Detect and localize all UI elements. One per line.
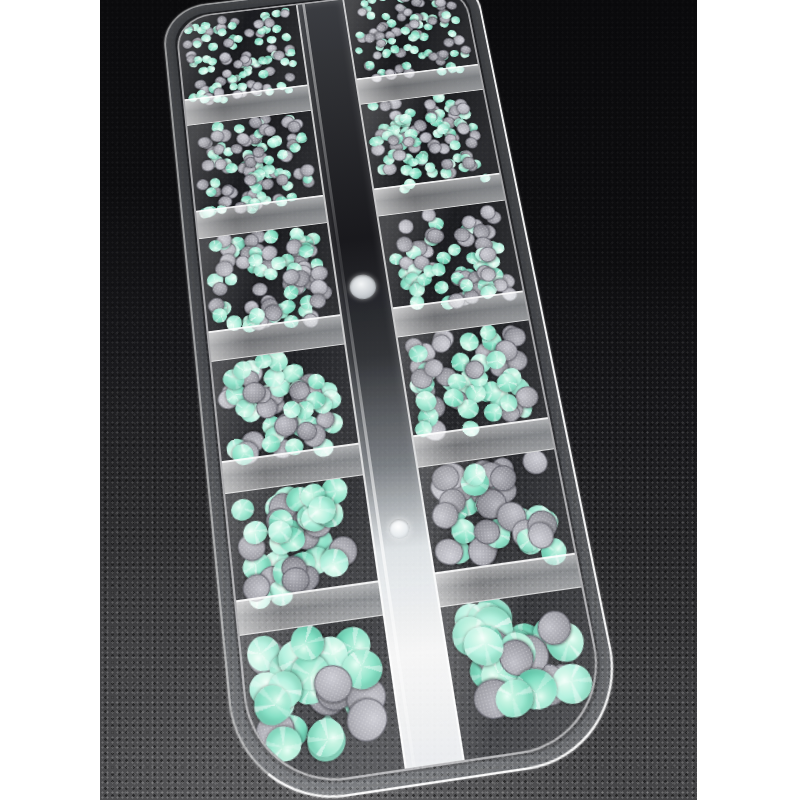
compartment bbox=[379, 201, 529, 338]
stone-pile bbox=[240, 616, 405, 791]
rhinestone-face-up bbox=[266, 36, 277, 45]
rhinestone-face-up bbox=[366, 11, 376, 20]
canvas-margin-right bbox=[697, 0, 800, 800]
compartment bbox=[176, 5, 311, 125]
rhinestone-face-up bbox=[254, 38, 264, 46]
stone-pile bbox=[441, 588, 612, 760]
rhinestone-face-up bbox=[376, 0, 389, 3]
rhinestone-face-up bbox=[354, 46, 365, 56]
compartment bbox=[240, 616, 405, 791]
rhinestone-face-up bbox=[448, 49, 459, 58]
compartment bbox=[344, 0, 483, 104]
compartment bbox=[361, 90, 505, 217]
rhinestone-face-down bbox=[300, 164, 315, 178]
rhinestone-face-down bbox=[392, 149, 406, 161]
compartment bbox=[187, 110, 327, 239]
rhinestone-face-up bbox=[287, 49, 295, 57]
rhinestone-face-up bbox=[425, 113, 436, 123]
rhinestone-face-up bbox=[450, 140, 461, 151]
divider-hole-1 bbox=[348, 273, 378, 301]
rhinestone-face-up bbox=[233, 35, 244, 43]
rhinestone-face-up bbox=[280, 31, 294, 43]
divider-hole-2 bbox=[388, 518, 411, 540]
rhinestone-face-down bbox=[200, 159, 215, 172]
compartment bbox=[225, 475, 383, 636]
rhinestone-face-up bbox=[226, 21, 237, 31]
rhinestone-face-down bbox=[216, 15, 228, 25]
rhinestone-face-down bbox=[518, 449, 552, 479]
rhinestone-face-down bbox=[283, 71, 298, 84]
compartment bbox=[441, 588, 612, 760]
rhinestone-face-down bbox=[279, 8, 291, 19]
compartment bbox=[199, 223, 344, 362]
rhinestone-face-up bbox=[258, 70, 269, 79]
compartment-grid bbox=[174, 0, 614, 794]
rhinestone-face-up bbox=[208, 42, 218, 52]
compartment bbox=[212, 345, 363, 494]
photo-area bbox=[100, 0, 697, 800]
rhinestone-face-up bbox=[431, 278, 452, 297]
canvas-margin-left bbox=[0, 0, 100, 800]
photo-canvas: Overhead photo of a tilted clear acrylic… bbox=[0, 0, 800, 800]
rhinestone-face-down bbox=[453, 228, 470, 243]
rhinestone-box bbox=[161, 0, 633, 800]
compartment bbox=[398, 320, 554, 467]
rhinestone-face-down bbox=[398, 218, 414, 233]
compartment bbox=[418, 449, 581, 608]
rhinestone-face-up bbox=[300, 711, 351, 765]
